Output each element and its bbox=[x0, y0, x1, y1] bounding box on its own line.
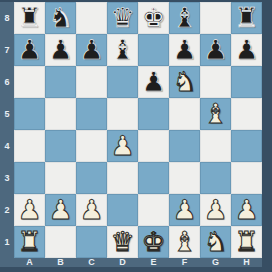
file-label-h: H bbox=[231, 258, 262, 267]
rank-label-1: 1 bbox=[0, 226, 14, 258]
square-h4[interactable] bbox=[231, 130, 262, 162]
square-h5[interactable] bbox=[231, 98, 262, 130]
black-pawn[interactable]: ♟ bbox=[141, 66, 165, 98]
chess-board: ♜♞♛♚♝♜♟♟♟♝♟♟♟♟♞♝♟♟♟♟♟♟♟♜♛♚♝♞♜ bbox=[14, 2, 262, 258]
square-h6[interactable] bbox=[231, 66, 262, 98]
square-f3[interactable] bbox=[169, 162, 200, 194]
square-f7[interactable]: ♟ bbox=[169, 34, 200, 66]
rank-labels: 87654321 bbox=[0, 2, 14, 258]
black-pawn[interactable]: ♟ bbox=[203, 34, 227, 66]
file-label-e: E bbox=[138, 258, 169, 267]
square-h8[interactable]: ♜ bbox=[231, 2, 262, 34]
square-h3[interactable] bbox=[231, 162, 262, 194]
white-pawn[interactable]: ♟ bbox=[172, 194, 196, 226]
black-rook[interactable]: ♜ bbox=[234, 2, 258, 34]
square-a7[interactable]: ♟ bbox=[14, 34, 45, 66]
square-a2[interactable]: ♟ bbox=[14, 194, 45, 226]
rank-label-8: 8 bbox=[0, 2, 14, 34]
black-bishop[interactable]: ♝ bbox=[172, 2, 196, 34]
square-b3[interactable] bbox=[45, 162, 76, 194]
square-b7[interactable]: ♟ bbox=[45, 34, 76, 66]
file-label-f: F bbox=[169, 258, 200, 267]
square-c3[interactable] bbox=[76, 162, 107, 194]
square-f2[interactable]: ♟ bbox=[169, 194, 200, 226]
file-label-c: C bbox=[76, 258, 107, 267]
square-c6[interactable] bbox=[76, 66, 107, 98]
rank-label-7: 7 bbox=[0, 34, 14, 66]
square-h2[interactable]: ♟ bbox=[231, 194, 262, 226]
square-e1[interactable]: ♚ bbox=[138, 226, 169, 258]
black-king[interactable]: ♚ bbox=[141, 2, 165, 34]
square-a6[interactable] bbox=[14, 66, 45, 98]
square-c5[interactable] bbox=[76, 98, 107, 130]
square-g4[interactable] bbox=[200, 130, 231, 162]
square-f6[interactable]: ♞ bbox=[169, 66, 200, 98]
file-labels: ABCDEFGH bbox=[0, 258, 262, 267]
file-label-b: B bbox=[45, 258, 76, 267]
square-f5[interactable] bbox=[169, 98, 200, 130]
square-g2[interactable]: ♟ bbox=[200, 194, 231, 226]
square-h1[interactable]: ♜ bbox=[231, 226, 262, 258]
square-d8[interactable]: ♛ bbox=[107, 2, 138, 34]
white-pawn[interactable]: ♟ bbox=[79, 194, 103, 226]
square-c8[interactable] bbox=[76, 2, 107, 34]
square-h7[interactable]: ♟ bbox=[231, 34, 262, 66]
black-bishop[interactable]: ♝ bbox=[110, 34, 134, 66]
square-b5[interactable] bbox=[45, 98, 76, 130]
square-a1[interactable]: ♜ bbox=[14, 226, 45, 258]
white-knight[interactable]: ♞ bbox=[172, 66, 196, 98]
square-g6[interactable] bbox=[200, 66, 231, 98]
square-f8[interactable]: ♝ bbox=[169, 2, 200, 34]
square-c4[interactable] bbox=[76, 130, 107, 162]
square-d5[interactable] bbox=[107, 98, 138, 130]
square-b6[interactable] bbox=[45, 66, 76, 98]
white-pawn[interactable]: ♟ bbox=[17, 194, 41, 226]
white-knight[interactable]: ♞ bbox=[203, 226, 227, 258]
black-pawn[interactable]: ♟ bbox=[79, 34, 103, 66]
black-pawn[interactable]: ♟ bbox=[172, 34, 196, 66]
square-a4[interactable] bbox=[14, 130, 45, 162]
square-g3[interactable] bbox=[200, 162, 231, 194]
square-d7[interactable]: ♝ bbox=[107, 34, 138, 66]
square-e4[interactable] bbox=[138, 130, 169, 162]
file-label-a: A bbox=[14, 258, 45, 267]
square-d2[interactable] bbox=[107, 194, 138, 226]
white-rook[interactable]: ♜ bbox=[17, 226, 41, 258]
rank-label-5: 5 bbox=[0, 98, 14, 130]
white-king[interactable]: ♚ bbox=[141, 226, 165, 258]
white-rook[interactable]: ♜ bbox=[234, 226, 258, 258]
white-queen[interactable]: ♛ bbox=[110, 226, 134, 258]
black-queen[interactable]: ♛ bbox=[110, 2, 134, 34]
square-c2[interactable]: ♟ bbox=[76, 194, 107, 226]
square-a3[interactable] bbox=[14, 162, 45, 194]
square-f1[interactable]: ♝ bbox=[169, 226, 200, 258]
square-g8[interactable] bbox=[200, 2, 231, 34]
rank-label-4: 4 bbox=[0, 130, 14, 162]
square-g1[interactable]: ♞ bbox=[200, 226, 231, 258]
rank-label-6: 6 bbox=[0, 66, 14, 98]
black-knight[interactable]: ♞ bbox=[48, 2, 72, 34]
square-f4[interactable] bbox=[169, 130, 200, 162]
file-label-g: G bbox=[200, 258, 231, 267]
rank-label-2: 2 bbox=[0, 194, 14, 226]
white-bishop[interactable]: ♝ bbox=[172, 226, 196, 258]
square-c1[interactable] bbox=[76, 226, 107, 258]
white-bishop[interactable]: ♝ bbox=[203, 98, 227, 130]
square-b2[interactable]: ♟ bbox=[45, 194, 76, 226]
square-b8[interactable]: ♞ bbox=[45, 2, 76, 34]
square-e8[interactable]: ♚ bbox=[138, 2, 169, 34]
square-b4[interactable] bbox=[45, 130, 76, 162]
square-e3[interactable] bbox=[138, 162, 169, 194]
white-pawn[interactable]: ♟ bbox=[110, 130, 134, 162]
black-pawn[interactable]: ♟ bbox=[234, 34, 258, 66]
square-d4[interactable]: ♟ bbox=[107, 130, 138, 162]
square-d3[interactable] bbox=[107, 162, 138, 194]
square-a8[interactable]: ♜ bbox=[14, 2, 45, 34]
square-d1[interactable]: ♛ bbox=[107, 226, 138, 258]
square-e2[interactable] bbox=[138, 194, 169, 226]
chess-board-frame: 87654321 ♜♞♛♚♝♜♟♟♟♝♟♟♟♟♞♝♟♟♟♟♟♟♟♜♛♚♝♞♜ A… bbox=[0, 0, 272, 272]
square-d6[interactable] bbox=[107, 66, 138, 98]
rank-label-3: 3 bbox=[0, 162, 14, 194]
black-rook[interactable]: ♜ bbox=[17, 2, 41, 34]
black-pawn[interactable]: ♟ bbox=[48, 34, 72, 66]
white-pawn[interactable]: ♟ bbox=[234, 194, 258, 226]
square-b1[interactable] bbox=[45, 226, 76, 258]
square-a5[interactable] bbox=[14, 98, 45, 130]
square-g5[interactable]: ♝ bbox=[200, 98, 231, 130]
white-pawn[interactable]: ♟ bbox=[203, 194, 227, 226]
file-label-d: D bbox=[107, 258, 138, 267]
square-g7[interactable]: ♟ bbox=[200, 34, 231, 66]
square-e5[interactable] bbox=[138, 98, 169, 130]
white-pawn[interactable]: ♟ bbox=[48, 194, 72, 226]
square-e6[interactable]: ♟ bbox=[138, 66, 169, 98]
label-strip-corner bbox=[0, 258, 14, 267]
square-c7[interactable]: ♟ bbox=[76, 34, 107, 66]
black-pawn[interactable]: ♟ bbox=[17, 34, 41, 66]
square-e7[interactable] bbox=[138, 34, 169, 66]
